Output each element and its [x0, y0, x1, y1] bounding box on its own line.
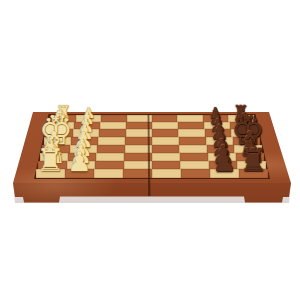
- piece-bP-a7: ♟: [209, 106, 222, 121]
- piece-wP-a2: ♟: [82, 106, 95, 121]
- piece-wP-f2: ♟: [72, 136, 93, 159]
- piece-bP-c7: ♟: [210, 117, 226, 135]
- piece-bP-h7: ♟: [213, 150, 237, 177]
- piece-bP-d7: ♟: [210, 123, 228, 143]
- piece-bR-h8: ♜: [240, 145, 268, 176]
- piece-wN-g1: ♞: [38, 136, 66, 167]
- piece-bB-c8: ♝: [234, 111, 256, 135]
- piece-wP-c2: ♟: [78, 117, 94, 135]
- piece-bP-f7: ♟: [211, 136, 232, 159]
- piece-wN-b1: ♞: [52, 107, 71, 128]
- piece-bN-b8: ♞: [233, 107, 252, 128]
- piece-wP-d2: ♟: [76, 123, 94, 143]
- piece-bQ-d8: ♛: [232, 111, 260, 143]
- piece-bR-a8: ♜: [233, 103, 249, 120]
- piece-wQ-d1: ♛: [44, 111, 72, 143]
- piece-wP-g2: ♟: [70, 143, 92, 168]
- piece-wP-e2: ♟: [74, 129, 93, 151]
- piece-wP-b2: ♟: [80, 111, 95, 128]
- piece-bK-e8: ♚: [231, 113, 265, 151]
- piece-wR-a1: ♜: [55, 103, 71, 120]
- piece-bB-f8: ♝: [236, 128, 264, 159]
- piece-bN-g8: ♞: [238, 136, 266, 167]
- piece-bP-e7: ♟: [211, 129, 230, 151]
- piece-wR-h1: ♜: [37, 145, 65, 176]
- piece-wP-h2: ♟: [68, 150, 92, 177]
- piece-wK-e1: ♚: [39, 113, 73, 151]
- piece-wB-f1: ♝: [40, 128, 68, 159]
- piece-bP-b7: ♟: [209, 111, 224, 128]
- chess-set-product-photo: ♜♞♝♛♚♝♞♜♟♟♟♟♟♟♟♟♟♟♟♟♟♟♟♟♜♞♝♛♚♝♞♜: [0, 0, 300, 300]
- piece-bP-g7: ♟: [212, 143, 234, 168]
- piece-wB-c1: ♝: [49, 111, 71, 135]
- pieces-layer: ♜♞♝♛♚♝♞♜♟♟♟♟♟♟♟♟♟♟♟♟♟♟♟♟♜♞♝♛♚♝♞♜: [0, 0, 300, 300]
